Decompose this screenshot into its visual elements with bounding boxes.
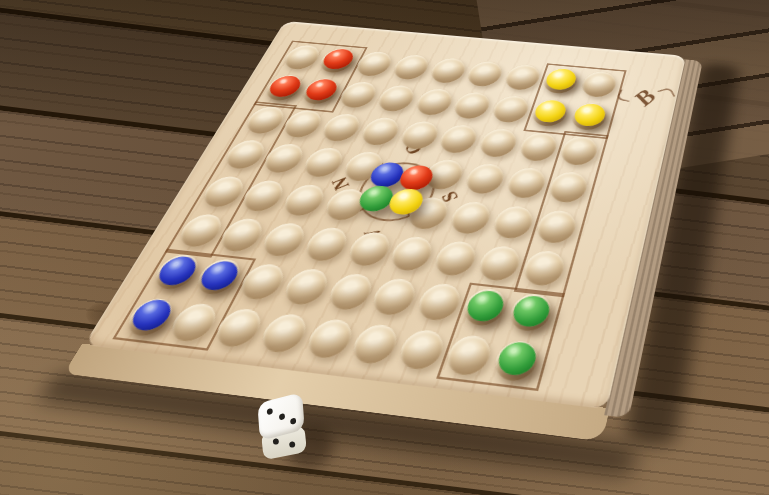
board-hole bbox=[323, 272, 376, 312]
board-hole bbox=[279, 267, 333, 306]
board-hole bbox=[348, 322, 403, 365]
board-hole bbox=[300, 226, 352, 263]
board-hole bbox=[503, 167, 548, 200]
board-hole bbox=[489, 94, 532, 123]
die-pip bbox=[272, 438, 279, 445]
board-hole bbox=[258, 222, 310, 258]
board-hole bbox=[368, 277, 420, 317]
board-hole bbox=[318, 113, 365, 143]
die-pip bbox=[289, 441, 296, 448]
board-hole bbox=[436, 124, 481, 155]
board-hole bbox=[476, 128, 520, 159]
die[interactable] bbox=[252, 396, 322, 472]
board-hole bbox=[427, 57, 469, 84]
board-hole bbox=[516, 131, 560, 162]
board-hole bbox=[279, 183, 329, 217]
die-pip bbox=[279, 413, 285, 421]
board-hole bbox=[502, 63, 543, 90]
board-hole bbox=[490, 204, 537, 239]
board-hole bbox=[475, 244, 524, 282]
board-hole bbox=[374, 84, 418, 113]
board-hole bbox=[462, 163, 508, 196]
board-hole bbox=[343, 231, 394, 268]
board-hole bbox=[389, 53, 432, 80]
die-pip bbox=[267, 408, 273, 416]
board-hole bbox=[256, 312, 312, 354]
board-hole bbox=[357, 116, 403, 146]
photo-scene: O N S W B bbox=[0, 0, 769, 495]
board-hole bbox=[447, 200, 495, 235]
board-hole bbox=[387, 235, 437, 272]
board-hole bbox=[464, 60, 506, 87]
board-hole bbox=[412, 87, 456, 116]
board-hole bbox=[451, 91, 494, 120]
die-pip bbox=[290, 417, 296, 425]
board-hole bbox=[302, 317, 358, 359]
board-hole bbox=[431, 240, 481, 278]
